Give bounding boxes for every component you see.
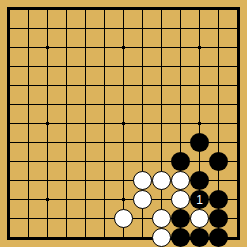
black-stone	[171, 152, 190, 171]
black-stone	[209, 228, 228, 247]
white-stone	[133, 171, 152, 190]
white-stone	[133, 190, 152, 209]
move-number-label: 1	[196, 194, 203, 206]
black-stone	[171, 228, 190, 247]
white-stone	[152, 228, 171, 247]
black-stone	[209, 152, 228, 171]
black-stone	[209, 209, 228, 228]
black-stone	[209, 190, 228, 209]
black-stone: 1	[190, 190, 209, 209]
go-board: 1	[0, 0, 247, 247]
white-stone	[152, 171, 171, 190]
white-stone	[152, 209, 171, 228]
white-stone	[171, 190, 190, 209]
black-stone	[171, 209, 190, 228]
white-stone	[190, 209, 209, 228]
black-stone	[190, 133, 209, 152]
white-stone	[114, 209, 133, 228]
black-stone	[190, 171, 209, 190]
stones-layer: 1	[0, 0, 247, 247]
white-stone	[171, 171, 190, 190]
black-stone	[190, 228, 209, 247]
